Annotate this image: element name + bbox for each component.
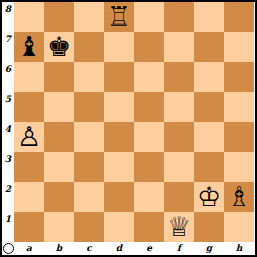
square-g5[interactable] — [194, 92, 224, 122]
square-b7[interactable]: ♚ — [44, 32, 74, 62]
square-c8[interactable] — [74, 2, 104, 32]
piece-white-bishop-h2[interactable]: ♗ — [227, 182, 251, 212]
square-h8[interactable] — [224, 2, 254, 32]
square-b1[interactable] — [44, 212, 74, 242]
square-a4[interactable]: ♙ — [14, 122, 44, 152]
square-h1[interactable] — [224, 212, 254, 242]
square-h2[interactable]: ♗ — [224, 182, 254, 212]
piece-black-bishop-a7[interactable]: ♝ — [17, 32, 41, 62]
square-a5[interactable] — [14, 92, 44, 122]
rank-label-5: 5 — [2, 92, 14, 122]
square-b4[interactable] — [44, 122, 74, 152]
square-h7[interactable] — [224, 32, 254, 62]
square-h5[interactable] — [224, 92, 254, 122]
piece-black-king-b7[interactable]: ♚ — [47, 32, 71, 62]
square-a6[interactable] — [14, 62, 44, 92]
square-b2[interactable] — [44, 182, 74, 212]
square-d6[interactable] — [104, 62, 134, 92]
square-h4[interactable] — [224, 122, 254, 152]
square-b5[interactable] — [44, 92, 74, 122]
file-label-f: f — [164, 242, 194, 255]
rank-label-1: 1 — [2, 212, 14, 242]
square-f5[interactable] — [164, 92, 194, 122]
square-f4[interactable] — [164, 122, 194, 152]
square-c4[interactable] — [74, 122, 104, 152]
square-e1[interactable] — [134, 212, 164, 242]
square-e7[interactable] — [134, 32, 164, 62]
square-g2[interactable]: ♔ — [194, 182, 224, 212]
square-d5[interactable] — [104, 92, 134, 122]
rank-label-4: 4 — [2, 122, 14, 152]
square-h3[interactable] — [224, 152, 254, 182]
square-f7[interactable] — [164, 32, 194, 62]
square-a3[interactable] — [14, 152, 44, 182]
square-a7[interactable]: ♝ — [14, 32, 44, 62]
square-b6[interactable] — [44, 62, 74, 92]
square-c7[interactable] — [74, 32, 104, 62]
square-b8[interactable] — [44, 2, 74, 32]
square-g3[interactable] — [194, 152, 224, 182]
square-g6[interactable] — [194, 62, 224, 92]
square-f6[interactable] — [164, 62, 194, 92]
piece-white-pawn-a4[interactable]: ♙ — [17, 122, 41, 152]
side-to-move-indicator — [3, 243, 14, 254]
file-label-d: d — [104, 242, 134, 255]
rank-label-8: 8 — [2, 2, 14, 32]
file-labels: abcdefgh — [14, 242, 254, 255]
file-label-a: a — [14, 242, 44, 255]
square-f1[interactable]: ♕ — [164, 212, 194, 242]
square-g4[interactable] — [194, 122, 224, 152]
square-f2[interactable] — [164, 182, 194, 212]
file-label-h: h — [224, 242, 254, 255]
square-d1[interactable] — [104, 212, 134, 242]
chess-diagram: 87654321 ♖♝♚♙♔♗♕ abcdefgh — [0, 0, 257, 257]
square-c2[interactable] — [74, 182, 104, 212]
square-c1[interactable] — [74, 212, 104, 242]
square-e5[interactable] — [134, 92, 164, 122]
square-g1[interactable] — [194, 212, 224, 242]
square-f3[interactable] — [164, 152, 194, 182]
square-d2[interactable] — [104, 182, 134, 212]
square-g7[interactable] — [194, 32, 224, 62]
square-e8[interactable] — [134, 2, 164, 32]
chess-board: ♖♝♚♙♔♗♕ — [14, 2, 254, 242]
file-label-c: c — [74, 242, 104, 255]
square-d7[interactable] — [104, 32, 134, 62]
piece-white-rook-d8[interactable]: ♖ — [107, 2, 131, 32]
square-b3[interactable] — [44, 152, 74, 182]
square-e6[interactable] — [134, 62, 164, 92]
square-c6[interactable] — [74, 62, 104, 92]
file-label-e: e — [134, 242, 164, 255]
square-d8[interactable]: ♖ — [104, 2, 134, 32]
piece-white-queen-f1[interactable]: ♕ — [167, 212, 191, 242]
file-label-b: b — [44, 242, 74, 255]
square-c3[interactable] — [74, 152, 104, 182]
square-h6[interactable] — [224, 62, 254, 92]
rank-label-2: 2 — [2, 182, 14, 212]
square-e2[interactable] — [134, 182, 164, 212]
square-a1[interactable] — [14, 212, 44, 242]
rank-label-6: 6 — [2, 62, 14, 92]
rank-labels: 87654321 — [2, 2, 14, 242]
square-a2[interactable] — [14, 182, 44, 212]
square-d3[interactable] — [104, 152, 134, 182]
piece-white-king-g2[interactable]: ♔ — [197, 182, 221, 212]
rank-label-3: 3 — [2, 152, 14, 182]
rank-label-7: 7 — [2, 32, 14, 62]
file-label-g: g — [194, 242, 224, 255]
square-a8[interactable] — [14, 2, 44, 32]
square-g8[interactable] — [194, 2, 224, 32]
square-d4[interactable] — [104, 122, 134, 152]
square-f8[interactable] — [164, 2, 194, 32]
square-e3[interactable] — [134, 152, 164, 182]
square-e4[interactable] — [134, 122, 164, 152]
square-c5[interactable] — [74, 92, 104, 122]
